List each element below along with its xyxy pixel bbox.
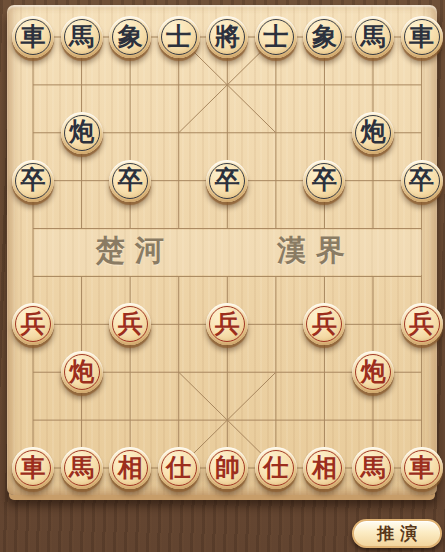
piece-black-general[interactable]: 將 xyxy=(206,16,248,58)
piece-red-chariot[interactable]: 車 xyxy=(12,447,54,489)
piece-red-cannon[interactable]: 炮 xyxy=(61,351,103,393)
piece-glyph: 象 xyxy=(312,24,337,49)
piece-black-advisor[interactable]: 士 xyxy=(255,16,297,58)
piece-red-horse[interactable]: 馬 xyxy=(61,447,103,489)
piece-red-elephant[interactable]: 相 xyxy=(303,447,345,489)
piece-glyph: 車 xyxy=(409,455,434,480)
piece-glyph: 兵 xyxy=(312,311,337,336)
piece-glyph: 兵 xyxy=(409,311,434,336)
piece-black-cannon[interactable]: 炮 xyxy=(352,112,394,154)
piece-glyph: 卒 xyxy=(21,167,46,192)
piece-glyph: 兵 xyxy=(21,311,46,336)
piece-glyph: 炮 xyxy=(69,359,94,384)
piece-black-chariot[interactable]: 車 xyxy=(12,16,54,58)
piece-red-cannon[interactable]: 炮 xyxy=(352,351,394,393)
piece-glyph: 士 xyxy=(263,24,288,49)
piece-glyph: 車 xyxy=(409,24,434,49)
piece-glyph: 相 xyxy=(312,455,337,480)
pieces-layer: 車馬象士將士象馬車炮炮卒卒卒卒卒兵兵兵兵兵炮炮車馬相仕帥仕相馬車 xyxy=(7,5,437,495)
piece-black-cannon[interactable]: 炮 xyxy=(61,112,103,154)
piece-glyph: 馬 xyxy=(69,455,94,480)
piece-black-horse[interactable]: 馬 xyxy=(61,16,103,58)
piece-glyph: 炮 xyxy=(361,359,386,384)
piece-glyph: 炮 xyxy=(69,119,94,144)
piece-black-chariot[interactable]: 車 xyxy=(401,16,443,58)
piece-glyph: 車 xyxy=(21,24,46,49)
piece-glyph: 炮 xyxy=(361,119,386,144)
piece-black-horse[interactable]: 馬 xyxy=(352,16,394,58)
piece-red-soldier[interactable]: 兵 xyxy=(206,303,248,345)
piece-black-elephant[interactable]: 象 xyxy=(303,16,345,58)
piece-red-soldier[interactable]: 兵 xyxy=(401,303,443,345)
piece-red-advisor[interactable]: 仕 xyxy=(255,447,297,489)
piece-glyph: 兵 xyxy=(215,311,240,336)
piece-glyph: 卒 xyxy=(118,167,143,192)
piece-glyph: 相 xyxy=(118,455,143,480)
piece-black-advisor[interactable]: 士 xyxy=(158,16,200,58)
piece-glyph: 卒 xyxy=(312,167,337,192)
piece-red-soldier[interactable]: 兵 xyxy=(12,303,54,345)
piece-black-soldier[interactable]: 卒 xyxy=(401,160,443,202)
piece-black-soldier[interactable]: 卒 xyxy=(109,160,151,202)
piece-black-soldier[interactable]: 卒 xyxy=(206,160,248,202)
piece-glyph: 馬 xyxy=(69,24,94,49)
piece-black-elephant[interactable]: 象 xyxy=(109,16,151,58)
piece-glyph: 馬 xyxy=(361,455,386,480)
piece-glyph: 仕 xyxy=(263,455,288,480)
piece-red-advisor[interactable]: 仕 xyxy=(158,447,200,489)
piece-red-soldier[interactable]: 兵 xyxy=(303,303,345,345)
piece-red-soldier[interactable]: 兵 xyxy=(109,303,151,345)
piece-red-chariot[interactable]: 車 xyxy=(401,447,443,489)
piece-red-elephant[interactable]: 相 xyxy=(109,447,151,489)
simulate-button[interactable]: 推演 xyxy=(352,519,442,548)
xiangqi-board[interactable]: 楚河 漢界 車馬象士將士象馬車炮炮卒卒卒卒卒兵兵兵兵兵炮炮車馬相仕帥仕相馬車 xyxy=(7,5,437,495)
piece-glyph: 士 xyxy=(166,24,191,49)
piece-black-soldier[interactable]: 卒 xyxy=(303,160,345,202)
piece-glyph: 象 xyxy=(118,24,143,49)
piece-glyph: 馬 xyxy=(361,24,386,49)
piece-glyph: 卒 xyxy=(409,167,434,192)
game-screen: 楚河 漢界 車馬象士將士象馬車炮炮卒卒卒卒卒兵兵兵兵兵炮炮車馬相仕帥仕相馬車 推… xyxy=(0,0,445,552)
piece-glyph: 車 xyxy=(21,455,46,480)
piece-glyph: 仕 xyxy=(166,455,191,480)
piece-glyph: 帥 xyxy=(215,455,240,480)
piece-red-horse[interactable]: 馬 xyxy=(352,447,394,489)
piece-black-soldier[interactable]: 卒 xyxy=(12,160,54,202)
piece-glyph: 卒 xyxy=(215,167,240,192)
piece-red-general[interactable]: 帥 xyxy=(206,447,248,489)
piece-glyph: 兵 xyxy=(118,311,143,336)
piece-glyph: 將 xyxy=(215,24,240,49)
